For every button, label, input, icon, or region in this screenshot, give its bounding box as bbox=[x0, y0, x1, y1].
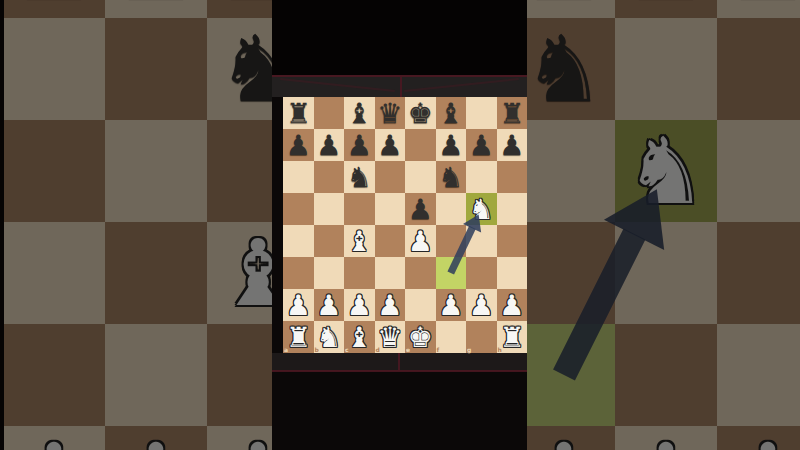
square-d3[interactable] bbox=[375, 257, 406, 289]
white-bishop[interactable]: ♝ bbox=[344, 225, 375, 257]
coordinate-label-g: g bbox=[467, 346, 471, 353]
square-b2[interactable]: ♟ bbox=[314, 289, 345, 321]
square-f4[interactable] bbox=[436, 225, 467, 257]
square-f2: ♟ bbox=[513, 426, 615, 450]
square-b1[interactable]: ♞b bbox=[314, 321, 345, 353]
square-b5[interactable] bbox=[314, 193, 345, 225]
square-h3 bbox=[717, 324, 800, 426]
square-a1[interactable]: ♜a bbox=[283, 321, 314, 353]
square-a3[interactable] bbox=[283, 257, 314, 289]
square-b6 bbox=[105, 18, 207, 120]
white-pawn[interactable]: ♟ bbox=[497, 289, 528, 321]
square-h4 bbox=[717, 222, 800, 324]
square-h5 bbox=[717, 120, 800, 222]
white-pawn[interactable]: ♟ bbox=[405, 225, 436, 257]
square-c5[interactable] bbox=[344, 193, 375, 225]
square-f2[interactable]: ♟ bbox=[436, 289, 467, 321]
square-f5 bbox=[513, 120, 615, 222]
square-h1[interactable]: ♜h bbox=[497, 321, 528, 353]
white-pawn: ♟ bbox=[3, 426, 105, 450]
left-edge-bar bbox=[0, 0, 4, 450]
white-pawn[interactable]: ♟ bbox=[375, 289, 406, 321]
black-knight[interactable]: ♞ bbox=[436, 161, 467, 193]
red-seam-line bbox=[272, 370, 527, 372]
square-g8[interactable] bbox=[466, 97, 497, 129]
square-c3[interactable] bbox=[344, 257, 375, 289]
square-b8[interactable] bbox=[314, 97, 345, 129]
red-seam-line bbox=[398, 353, 400, 370]
square-c8[interactable]: ♝ bbox=[344, 97, 375, 129]
white-pawn: ♟ bbox=[513, 426, 615, 450]
black-pawn[interactable]: ♟ bbox=[283, 129, 314, 161]
black-pawn: ♟ bbox=[615, 0, 717, 18]
square-e4[interactable]: ♟ bbox=[405, 225, 436, 257]
square-a7: ♟ bbox=[3, 0, 105, 18]
square-g7[interactable]: ♟ bbox=[466, 129, 497, 161]
square-a5 bbox=[3, 120, 105, 222]
square-c2[interactable]: ♟ bbox=[344, 289, 375, 321]
square-e6[interactable] bbox=[405, 161, 436, 193]
square-a2: ♟ bbox=[3, 426, 105, 450]
square-c6[interactable]: ♞ bbox=[344, 161, 375, 193]
square-a4 bbox=[3, 222, 105, 324]
black-bishop[interactable]: ♝ bbox=[344, 97, 375, 129]
square-d1[interactable]: ♛d bbox=[375, 321, 406, 353]
video-strip: ♜♝♛♚♝♜♟♟♟♟♟♟♟♞♞♟♞♝♟♟♟♟♟♟♟♟♜a♞b♝c♛d♚efg♜h bbox=[272, 0, 527, 450]
black-pawn[interactable]: ♟ bbox=[497, 129, 528, 161]
video-frame: ♜♝♛♚♝♜♟♟♟♟♟♟♟♞♞♟♞♝♟♟♟♟♟♟♟♟♜♞♝♛♚♜ ♜♝♛♚♝♜♟… bbox=[0, 0, 800, 450]
square-e7[interactable] bbox=[405, 129, 436, 161]
square-d6[interactable] bbox=[375, 161, 406, 193]
white-pawn: ♟ bbox=[615, 426, 717, 450]
square-a8[interactable]: ♜ bbox=[283, 97, 314, 129]
square-b2: ♟ bbox=[105, 426, 207, 450]
black-bishop[interactable]: ♝ bbox=[436, 97, 467, 129]
square-d7[interactable]: ♟ bbox=[375, 129, 406, 161]
chess-board[interactable]: ♜♝♛♚♝♜♟♟♟♟♟♟♟♞♞♟♞♝♟♟♟♟♟♟♟♟♜a♞b♝c♛d♚efg♜h bbox=[283, 97, 527, 353]
black-pawn: ♟ bbox=[513, 0, 615, 18]
square-h2[interactable]: ♟ bbox=[497, 289, 528, 321]
black-pawn[interactable]: ♟ bbox=[375, 129, 406, 161]
coordinate-label-d: d bbox=[376, 346, 380, 353]
square-g5: ♞ bbox=[615, 120, 717, 222]
square-h7[interactable]: ♟ bbox=[497, 129, 528, 161]
square-h6 bbox=[717, 18, 800, 120]
coordinate-label-e: e bbox=[406, 346, 410, 353]
black-pawn[interactable]: ♟ bbox=[466, 129, 497, 161]
black-rook[interactable]: ♜ bbox=[283, 97, 314, 129]
square-f3[interactable] bbox=[436, 257, 467, 289]
square-h7: ♟ bbox=[717, 0, 800, 18]
square-a3 bbox=[3, 324, 105, 426]
square-d4[interactable] bbox=[375, 225, 406, 257]
square-a6 bbox=[3, 18, 105, 120]
square-f6: ♞ bbox=[513, 18, 615, 120]
square-a2[interactable]: ♟ bbox=[283, 289, 314, 321]
square-h8[interactable]: ♜ bbox=[497, 97, 528, 129]
square-e3[interactable] bbox=[405, 257, 436, 289]
black-pawn[interactable]: ♟ bbox=[344, 129, 375, 161]
black-queen[interactable]: ♛ bbox=[375, 97, 406, 129]
square-a5[interactable] bbox=[283, 193, 314, 225]
black-rook[interactable]: ♜ bbox=[497, 97, 528, 129]
square-h5[interactable] bbox=[497, 193, 528, 225]
square-d8[interactable]: ♛ bbox=[375, 97, 406, 129]
square-c7[interactable]: ♟ bbox=[344, 129, 375, 161]
black-pawn[interactable]: ♟ bbox=[436, 129, 467, 161]
square-e2[interactable] bbox=[405, 289, 436, 321]
square-e8[interactable]: ♚ bbox=[405, 97, 436, 129]
square-a6[interactable] bbox=[283, 161, 314, 193]
square-h4[interactable] bbox=[497, 225, 528, 257]
square-f6[interactable]: ♞ bbox=[436, 161, 467, 193]
white-pawn[interactable]: ♟ bbox=[283, 289, 314, 321]
black-knight[interactable]: ♞ bbox=[344, 161, 375, 193]
square-b3[interactable] bbox=[314, 257, 345, 289]
square-b4[interactable] bbox=[314, 225, 345, 257]
coordinate-label-b: b bbox=[315, 346, 319, 353]
square-b6[interactable] bbox=[314, 161, 345, 193]
red-seam-line bbox=[400, 77, 402, 97]
square-f5[interactable] bbox=[436, 193, 467, 225]
square-h3[interactable] bbox=[497, 257, 528, 289]
square-b3 bbox=[105, 324, 207, 426]
black-pawn: ♟ bbox=[3, 0, 105, 18]
square-b7: ♟ bbox=[105, 0, 207, 18]
square-f3 bbox=[513, 324, 615, 426]
square-g3[interactable] bbox=[466, 257, 497, 289]
square-g2[interactable]: ♟ bbox=[466, 289, 497, 321]
square-b4 bbox=[105, 222, 207, 324]
square-f7[interactable]: ♟ bbox=[436, 129, 467, 161]
white-pawn: ♟ bbox=[105, 426, 207, 450]
white-knight[interactable]: ♞ bbox=[466, 193, 497, 225]
black-king[interactable]: ♚ bbox=[405, 97, 436, 129]
white-knight: ♞ bbox=[615, 120, 717, 222]
square-c1[interactable]: ♝c bbox=[344, 321, 375, 353]
black-pawn[interactable]: ♟ bbox=[405, 193, 436, 225]
white-pawn[interactable]: ♟ bbox=[344, 289, 375, 321]
black-pawn[interactable]: ♟ bbox=[314, 129, 345, 161]
square-a4[interactable] bbox=[283, 225, 314, 257]
square-g4[interactable] bbox=[466, 225, 497, 257]
top-black-area bbox=[272, 0, 527, 75]
black-pawn: ♟ bbox=[717, 0, 800, 18]
white-pawn[interactable]: ♟ bbox=[466, 289, 497, 321]
square-g7: ♟ bbox=[615, 0, 717, 18]
white-pawn[interactable]: ♟ bbox=[436, 289, 467, 321]
square-c4[interactable]: ♝ bbox=[344, 225, 375, 257]
black-pawn: ♟ bbox=[105, 0, 207, 18]
white-pawn[interactable]: ♟ bbox=[314, 289, 345, 321]
square-b5 bbox=[105, 120, 207, 222]
coordinate-label-a: a bbox=[284, 346, 288, 353]
square-h6[interactable] bbox=[497, 161, 528, 193]
square-g3 bbox=[615, 324, 717, 426]
square-g4 bbox=[615, 222, 717, 324]
coordinate-label-f: f bbox=[437, 346, 440, 353]
square-g6[interactable] bbox=[466, 161, 497, 193]
square-f7: ♟ bbox=[513, 0, 615, 18]
square-g6 bbox=[615, 18, 717, 120]
square-d5[interactable] bbox=[375, 193, 406, 225]
square-e1[interactable]: ♚e bbox=[405, 321, 436, 353]
black-knight: ♞ bbox=[513, 18, 615, 120]
square-f1[interactable]: f bbox=[436, 321, 467, 353]
coordinate-label-h: h bbox=[498, 346, 502, 353]
white-pawn: ♟ bbox=[717, 426, 800, 450]
square-f4 bbox=[513, 222, 615, 324]
square-f8[interactable]: ♝ bbox=[436, 97, 467, 129]
square-g2: ♟ bbox=[615, 426, 717, 450]
square-g5[interactable]: ♞ bbox=[466, 193, 497, 225]
square-d2[interactable]: ♟ bbox=[375, 289, 406, 321]
coordinate-label-c: c bbox=[345, 346, 349, 353]
square-h2: ♟ bbox=[717, 426, 800, 450]
square-e5[interactable]: ♟ bbox=[405, 193, 436, 225]
square-g1[interactable]: g bbox=[466, 321, 497, 353]
square-a7[interactable]: ♟ bbox=[283, 129, 314, 161]
square-b7[interactable]: ♟ bbox=[314, 129, 345, 161]
